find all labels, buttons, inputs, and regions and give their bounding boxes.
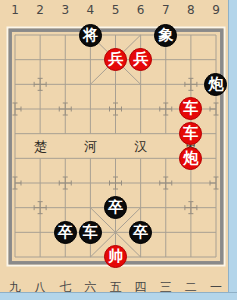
piece-black-soldier[interactable]: 卒 — [129, 221, 152, 244]
piece-red-soldier[interactable]: 兵 — [104, 48, 127, 71]
xiangqi-app: 123456789 楚河汉界 将象兵兵炮车车炮卒卒车卒帅 九八七六五四三二一 — [0, 0, 237, 300]
window-edge-bottom — [0, 292, 237, 300]
piece-red-general[interactable]: 帅 — [104, 245, 127, 268]
pieces-layer: 将象兵兵炮车车炮卒卒车卒帅 — [2, 23, 228, 270]
piece-black-soldier[interactable]: 卒 — [54, 221, 77, 244]
piece-red-chariot[interactable]: 车 — [179, 122, 202, 145]
piece-black-cannon[interactable]: 炮 — [204, 73, 227, 96]
piece-red-soldier[interactable]: 兵 — [129, 48, 152, 71]
piece-black-elephant[interactable]: 象 — [154, 24, 177, 47]
piece-red-chariot[interactable]: 车 — [179, 97, 202, 120]
piece-red-cannon[interactable]: 炮 — [179, 147, 202, 170]
piece-black-soldier[interactable]: 卒 — [104, 196, 127, 219]
window-edge-right — [228, 0, 237, 300]
piece-black-general[interactable]: 将 — [79, 24, 102, 47]
piece-black-chariot[interactable]: 车 — [79, 221, 102, 244]
